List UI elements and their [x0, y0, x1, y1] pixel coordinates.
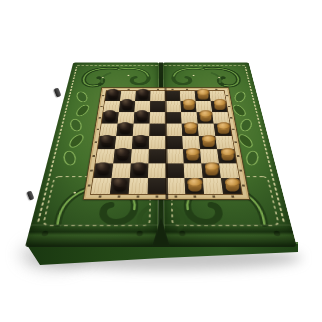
product-photo — [0, 0, 322, 322]
game-box-surface — [25, 63, 297, 247]
board-square[interactable] — [221, 178, 242, 194]
board-square[interactable] — [200, 149, 219, 163]
board-square[interactable] — [149, 124, 166, 136]
board-square[interactable] — [148, 163, 166, 178]
board-square[interactable] — [149, 136, 166, 149]
board-square[interactable] — [214, 124, 232, 136]
board-square[interactable] — [184, 163, 203, 178]
board-square[interactable] — [118, 112, 135, 124]
board-square[interactable] — [133, 124, 150, 136]
board-square[interactable] — [182, 124, 199, 136]
board-square[interactable] — [166, 149, 184, 163]
board-square[interactable] — [183, 149, 201, 163]
board-square[interactable] — [105, 91, 121, 101]
board-square[interactable] — [120, 91, 136, 101]
board-square[interactable] — [196, 101, 213, 112]
board-square[interactable] — [134, 101, 150, 112]
board-square[interactable] — [181, 112, 198, 124]
clasp-icon[interactable] — [26, 190, 34, 200]
board-square[interactable] — [165, 101, 181, 112]
board-square[interactable] — [135, 91, 150, 101]
board-square[interactable] — [131, 149, 149, 163]
board-square[interactable] — [166, 163, 184, 178]
board-square[interactable] — [201, 163, 221, 178]
board-square[interactable] — [115, 136, 133, 149]
board-square[interactable] — [211, 101, 228, 112]
board-square[interactable] — [129, 178, 148, 194]
board-square[interactable] — [130, 163, 149, 178]
board-square[interactable] — [110, 178, 130, 194]
board-square[interactable] — [132, 136, 149, 149]
board-square[interactable] — [91, 178, 112, 194]
board-square[interactable] — [119, 101, 135, 112]
board-square[interactable] — [166, 136, 183, 149]
board-square[interactable] — [100, 124, 118, 136]
clasp-icon[interactable] — [53, 87, 61, 97]
board-square[interactable] — [184, 178, 204, 194]
board-square[interactable] — [217, 149, 236, 163]
board-square[interactable] — [103, 101, 120, 112]
board-square[interactable] — [197, 112, 214, 124]
board-square[interactable] — [134, 112, 150, 124]
board-square[interactable] — [116, 124, 133, 136]
board-square[interactable] — [182, 136, 200, 149]
board-square[interactable] — [166, 178, 185, 194]
board-square[interactable] — [195, 91, 211, 101]
board-square[interactable] — [112, 163, 131, 178]
board-square[interactable] — [212, 112, 230, 124]
board-square[interactable] — [166, 124, 183, 136]
board-square[interactable] — [93, 163, 113, 178]
board-square[interactable] — [203, 178, 223, 194]
board-square[interactable] — [180, 101, 196, 112]
board-square[interactable] — [150, 91, 165, 101]
board-square[interactable] — [113, 149, 132, 163]
board-square[interactable] — [219, 163, 239, 178]
board-square[interactable] — [148, 178, 167, 194]
board-square[interactable] — [102, 112, 119, 124]
board-square[interactable] — [198, 124, 216, 136]
board-square[interactable] — [98, 136, 116, 149]
board-square[interactable] — [148, 149, 166, 163]
board-square[interactable] — [215, 136, 234, 149]
board-square[interactable] — [150, 112, 166, 124]
board-square[interactable] — [96, 149, 115, 163]
board-square[interactable] — [165, 112, 181, 124]
board-square[interactable] — [150, 101, 166, 112]
board-square[interactable] — [165, 91, 180, 101]
board-square[interactable] — [199, 136, 217, 149]
board-square[interactable] — [180, 91, 196, 101]
board-square[interactable] — [209, 91, 225, 101]
game-board-panel — [83, 87, 250, 199]
